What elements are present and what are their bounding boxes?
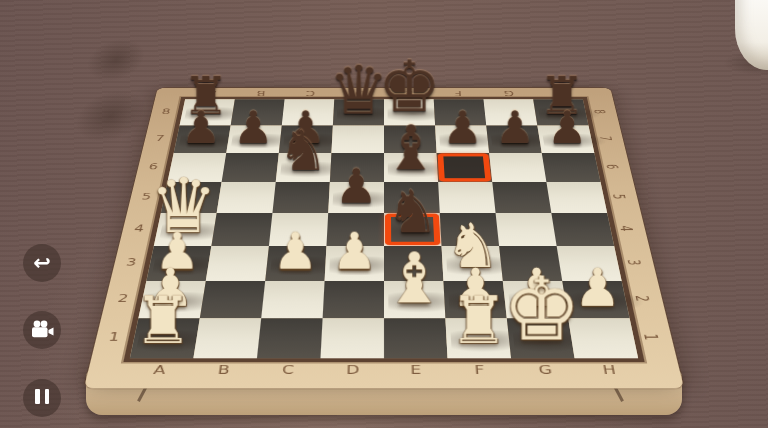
square-b3[interactable] bbox=[206, 246, 269, 281]
square-d7[interactable] bbox=[331, 125, 384, 153]
square-g5[interactable] bbox=[492, 182, 551, 213]
file-label-far-f: F bbox=[453, 89, 462, 97]
black-pawn-g7[interactable]: ♟ bbox=[495, 107, 535, 148]
square-d8[interactable]: ♛ bbox=[333, 99, 384, 125]
pause-icon bbox=[33, 389, 52, 408]
rank-label-left-3: 3 bbox=[125, 257, 138, 268]
square-c5[interactable] bbox=[272, 182, 329, 213]
square-e2[interactable]: ♝ bbox=[384, 281, 445, 318]
white-pawn-c3[interactable]: ♟ bbox=[273, 228, 318, 275]
board-playing-area: ♜♛♚♜♟♟♟♟♟♟♞♝♟♛♞♟♟♟♞♟♝♟♟♟♜♜♚ bbox=[130, 99, 638, 358]
file-label-far-b: B bbox=[256, 89, 267, 97]
black-knight-c6[interactable]: ♞ bbox=[278, 125, 328, 176]
file-label-d: D bbox=[346, 363, 360, 377]
captured-pieces-shadow bbox=[81, 31, 151, 89]
square-d5[interactable]: ♟ bbox=[328, 182, 384, 213]
white-pawn-d3[interactable]: ♟ bbox=[332, 228, 377, 275]
file-label-f: F bbox=[474, 363, 486, 377]
square-h6[interactable] bbox=[542, 153, 601, 182]
rank-label-right-5: 5 bbox=[609, 194, 628, 200]
black-queen-d8[interactable]: ♛ bbox=[328, 59, 388, 121]
square-f5[interactable] bbox=[438, 182, 495, 213]
square-g4[interactable] bbox=[496, 213, 557, 246]
white-bishop-e2[interactable]: ♝ bbox=[383, 247, 446, 311]
black-bishop-e6[interactable]: ♝ bbox=[383, 120, 438, 177]
square-c6[interactable]: ♞ bbox=[276, 153, 332, 182]
black-pawn-f7[interactable]: ♟ bbox=[442, 107, 482, 148]
square-h7[interactable]: ♟ bbox=[537, 125, 594, 153]
square-g7[interactable]: ♟ bbox=[486, 125, 542, 153]
file-label-far-g: G bbox=[503, 89, 515, 97]
rank-label-left-1: 1 bbox=[107, 331, 121, 344]
pause-button[interactable] bbox=[23, 379, 61, 417]
file-label-h: H bbox=[602, 363, 618, 377]
file-label-far-c: C bbox=[305, 89, 315, 97]
rank-label-left-4: 4 bbox=[133, 223, 146, 234]
square-b2[interactable] bbox=[200, 281, 265, 318]
square-f1[interactable]: ♜ bbox=[445, 318, 511, 358]
square-c2[interactable] bbox=[261, 281, 324, 318]
file-label-a: A bbox=[152, 363, 167, 377]
black-pawn-b7[interactable]: ♟ bbox=[233, 107, 273, 148]
square-b5[interactable] bbox=[217, 182, 276, 213]
black-pawn-a7[interactable]: ♟ bbox=[181, 107, 221, 148]
undo-button[interactable]: ↩ bbox=[23, 244, 61, 282]
square-c1[interactable] bbox=[257, 318, 323, 358]
white-rook-a1[interactable]: ♜ bbox=[134, 291, 193, 351]
rank-label-right-4: 4 bbox=[616, 226, 636, 232]
table-surface: AABBCCDDEEFFGGHH8877665544332211 ♜♛♚♜♟♟♟… bbox=[0, 0, 768, 428]
rank-label-right-3: 3 bbox=[623, 259, 643, 265]
file-label-e: E bbox=[410, 363, 422, 377]
square-b1[interactable] bbox=[193, 318, 261, 358]
square-g1[interactable]: ♚ bbox=[507, 318, 575, 358]
rank-label-right-6: 6 bbox=[602, 164, 620, 169]
undo-arrow-icon: ↩ bbox=[33, 251, 51, 275]
file-label-g: G bbox=[538, 363, 554, 377]
square-h4[interactable] bbox=[551, 213, 614, 246]
square-d3[interactable]: ♟ bbox=[325, 246, 384, 281]
square-c3[interactable]: ♟ bbox=[265, 246, 326, 281]
file-label-b: B bbox=[217, 363, 231, 377]
black-knight-e4[interactable]: ♞ bbox=[386, 185, 439, 240]
square-g6[interactable] bbox=[489, 153, 546, 182]
black-pawn-h7[interactable]: ♟ bbox=[547, 107, 587, 148]
black-pawn-d5[interactable]: ♟ bbox=[335, 164, 378, 208]
square-d2[interactable] bbox=[323, 281, 384, 318]
square-b7[interactable]: ♟ bbox=[226, 125, 282, 153]
square-a7[interactable]: ♟ bbox=[174, 125, 231, 153]
rank-label-left-2: 2 bbox=[116, 293, 130, 305]
square-h5[interactable] bbox=[546, 182, 607, 213]
file-label-c: C bbox=[281, 363, 295, 377]
square-b4[interactable] bbox=[211, 213, 272, 246]
white-rook-f1[interactable]: ♜ bbox=[449, 291, 508, 351]
video-camera-icon bbox=[29, 319, 55, 341]
white-king-g1[interactable]: ♚ bbox=[502, 270, 581, 351]
board-frame: AABBCCDDEEFFGGHH8877665544332211 ♜♛♚♜♟♟♟… bbox=[84, 88, 684, 389]
camera-view-button[interactable] bbox=[23, 311, 61, 349]
square-d1[interactable] bbox=[320, 318, 384, 358]
rank-label-right-1: 1 bbox=[640, 334, 662, 341]
chess-board[interactable]: AABBCCDDEEFFGGHH8877665544332211 ♜♛♚♜♟♟♟… bbox=[84, 88, 684, 389]
square-f7[interactable]: ♟ bbox=[435, 125, 489, 153]
rank-label-left-8: 8 bbox=[161, 108, 172, 116]
square-e1[interactable] bbox=[384, 318, 448, 358]
captured-pieces-shadow bbox=[68, 80, 155, 152]
square-a1[interactable]: ♜ bbox=[130, 318, 200, 358]
rank-label-left-7: 7 bbox=[154, 134, 165, 143]
square-b6[interactable] bbox=[222, 153, 279, 182]
